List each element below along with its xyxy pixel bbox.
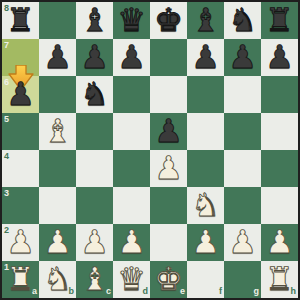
square-h1[interactable]: h♜ (261, 261, 298, 298)
square-h6[interactable] (261, 76, 298, 113)
square-b2[interactable]: ♟ (39, 224, 76, 261)
square-h8[interactable]: ♜ (261, 2, 298, 39)
square-g4[interactable] (224, 150, 261, 187)
square-g7[interactable]: ♟ (224, 39, 261, 76)
square-a8[interactable]: 8♜ (2, 2, 39, 39)
square-f3[interactable]: ♞ (187, 187, 224, 224)
square-a7[interactable]: 7 (2, 39, 39, 76)
piece-white-bishop-c1[interactable]: ♝ (76, 261, 113, 298)
square-c8[interactable]: ♝ (76, 2, 113, 39)
square-c3[interactable] (76, 187, 113, 224)
square-d6[interactable] (113, 76, 150, 113)
square-f5[interactable] (187, 113, 224, 150)
square-b6[interactable] (39, 76, 76, 113)
rank-label-4: 4 (4, 152, 9, 161)
piece-black-bishop-f8[interactable]: ♝ (187, 2, 224, 39)
square-a5[interactable]: 5 (2, 113, 39, 150)
square-d7[interactable]: ♟ (113, 39, 150, 76)
square-f7[interactable]: ♟ (187, 39, 224, 76)
square-c4[interactable] (76, 150, 113, 187)
square-f6[interactable] (187, 76, 224, 113)
square-g8[interactable]: ♞ (224, 2, 261, 39)
square-e8[interactable]: ♚ (150, 2, 187, 39)
piece-white-pawn-c2[interactable]: ♟ (76, 224, 113, 261)
piece-black-pawn-a6[interactable]: ♟ (2, 76, 39, 113)
rank-label-3: 3 (4, 189, 9, 198)
piece-white-pawn-g2[interactable]: ♟ (224, 224, 261, 261)
piece-white-bishop-b5[interactable]: ♝ (39, 113, 76, 150)
square-d8[interactable]: ♛ (113, 2, 150, 39)
piece-black-knight-c6[interactable]: ♞ (76, 76, 113, 113)
rank-label-7: 7 (4, 41, 9, 50)
square-g2[interactable]: ♟ (224, 224, 261, 261)
piece-black-rook-a8[interactable]: ♜ (2, 2, 39, 39)
piece-white-king-e1[interactable]: ♚ (150, 261, 187, 298)
square-c6[interactable]: ♞ (76, 76, 113, 113)
square-b5[interactable]: ♝ (39, 113, 76, 150)
piece-black-pawn-d7[interactable]: ♟ (113, 39, 150, 76)
piece-white-queen-d1[interactable]: ♛ (113, 261, 150, 298)
square-d2[interactable]: ♟ (113, 224, 150, 261)
piece-black-king-e8[interactable]: ♚ (150, 2, 187, 39)
rank-label-5: 5 (4, 115, 9, 124)
square-e7[interactable] (150, 39, 187, 76)
square-b7[interactable]: ♟ (39, 39, 76, 76)
square-h3[interactable] (261, 187, 298, 224)
square-d1[interactable]: d♛ (113, 261, 150, 298)
piece-white-knight-f3[interactable]: ♞ (187, 187, 224, 224)
square-e5[interactable]: ♟ (150, 113, 187, 150)
square-d5[interactable] (113, 113, 150, 150)
square-h5[interactable] (261, 113, 298, 150)
square-g1[interactable]: g (224, 261, 261, 298)
square-f1[interactable]: f (187, 261, 224, 298)
piece-black-queen-d8[interactable]: ♛ (113, 2, 150, 39)
piece-black-rook-h8[interactable]: ♜ (261, 2, 298, 39)
square-a4[interactable]: 4 (2, 150, 39, 187)
square-c1[interactable]: c♝ (76, 261, 113, 298)
piece-white-pawn-a2[interactable]: ♟ (2, 224, 39, 261)
square-b3[interactable] (39, 187, 76, 224)
piece-white-pawn-d2[interactable]: ♟ (113, 224, 150, 261)
square-f2[interactable]: ♟ (187, 224, 224, 261)
piece-black-pawn-b7[interactable]: ♟ (39, 39, 76, 76)
square-g6[interactable] (224, 76, 261, 113)
square-c5[interactable] (76, 113, 113, 150)
piece-white-pawn-h2[interactable]: ♟ (261, 224, 298, 261)
square-b1[interactable]: b♞ (39, 261, 76, 298)
piece-black-bishop-c8[interactable]: ♝ (76, 2, 113, 39)
square-f4[interactable] (187, 150, 224, 187)
square-b8[interactable] (39, 2, 76, 39)
piece-black-pawn-g7[interactable]: ♟ (224, 39, 261, 76)
square-h4[interactable] (261, 150, 298, 187)
piece-black-pawn-e5[interactable]: ♟ (150, 113, 187, 150)
square-a6[interactable]: 6♟ (2, 76, 39, 113)
square-h2[interactable]: ♟ (261, 224, 298, 261)
piece-black-pawn-h7[interactable]: ♟ (261, 39, 298, 76)
square-h7[interactable]: ♟ (261, 39, 298, 76)
file-label-g: g (254, 287, 260, 296)
chess-board: 8♜♝♛♚♝♞♜7♟♟♟♟♟♟6♟♞5♝♟4♟3♞2♟♟♟♟♟♟♟1a♜b♞c♝… (2, 2, 298, 298)
square-f8[interactable]: ♝ (187, 2, 224, 39)
square-e2[interactable] (150, 224, 187, 261)
file-label-f: f (219, 287, 222, 296)
square-d4[interactable] (113, 150, 150, 187)
piece-black-pawn-c7[interactable]: ♟ (76, 39, 113, 76)
square-c2[interactable]: ♟ (76, 224, 113, 261)
square-a2[interactable]: 2♟ (2, 224, 39, 261)
piece-black-pawn-f7[interactable]: ♟ (187, 39, 224, 76)
piece-white-pawn-e4[interactable]: ♟ (150, 150, 187, 187)
piece-white-rook-h1[interactable]: ♜ (261, 261, 298, 298)
square-a3[interactable]: 3 (2, 187, 39, 224)
square-g3[interactable] (224, 187, 261, 224)
square-e4[interactable]: ♟ (150, 150, 187, 187)
square-g5[interactable] (224, 113, 261, 150)
square-e1[interactable]: e♚ (150, 261, 187, 298)
piece-black-knight-g8[interactable]: ♞ (224, 2, 261, 39)
square-c7[interactable]: ♟ (76, 39, 113, 76)
piece-white-rook-a1[interactable]: ♜ (2, 261, 39, 298)
square-e6[interactable] (150, 76, 187, 113)
piece-white-pawn-f2[interactable]: ♟ (187, 224, 224, 261)
square-d3[interactable] (113, 187, 150, 224)
piece-white-knight-b1[interactable]: ♞ (39, 261, 76, 298)
square-e3[interactable] (150, 187, 187, 224)
chess-board-frame: 8♜♝♛♚♝♞♜7♟♟♟♟♟♟6♟♞5♝♟4♟3♞2♟♟♟♟♟♟♟1a♜b♞c♝… (0, 0, 300, 300)
square-a1[interactable]: 1a♜ (2, 261, 39, 298)
square-b4[interactable] (39, 150, 76, 187)
piece-white-pawn-b2[interactable]: ♟ (39, 224, 76, 261)
